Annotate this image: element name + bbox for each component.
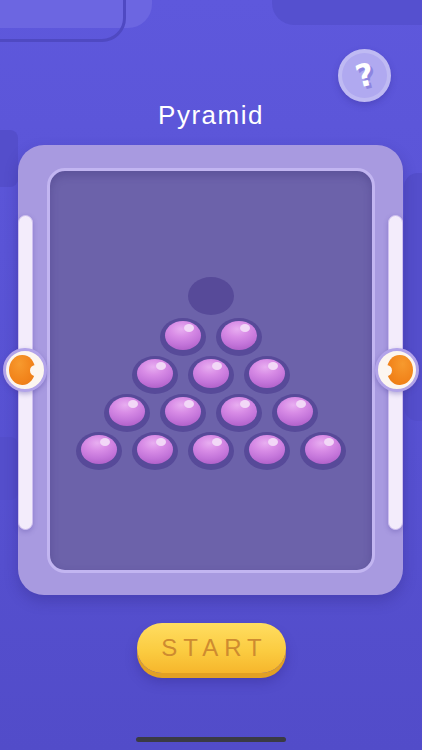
hole-4-2	[160, 394, 206, 432]
bg-shape-left-upper	[0, 130, 18, 187]
bg-shape-left-lower	[0, 437, 18, 500]
hole-2-1	[160, 318, 206, 356]
peg-3-1	[137, 359, 173, 388]
peg-4-4	[277, 397, 313, 426]
start-button-label: START	[155, 634, 267, 662]
peg-3-3	[249, 359, 285, 388]
hole-4-3	[216, 394, 262, 432]
hole-5-4	[244, 432, 290, 470]
arrow-left-icon	[9, 355, 35, 385]
pyramid-row-1	[50, 277, 372, 315]
board-frame	[18, 145, 403, 595]
hole-3-3	[244, 356, 290, 394]
hole-5-1	[76, 432, 122, 470]
screen: ? Pyramid START	[0, 0, 422, 750]
game-board	[47, 168, 375, 573]
pyramid-row-4	[50, 394, 372, 432]
hole-1-1	[188, 277, 234, 315]
hole-5-2	[132, 432, 178, 470]
pyramid-row-2	[50, 318, 372, 356]
peg-5-4	[249, 435, 285, 464]
peg-3-2	[193, 359, 229, 388]
peg-4-2	[165, 397, 201, 426]
hole-4-4	[272, 394, 318, 432]
pyramid-row-5	[50, 432, 372, 470]
peg-5-5	[305, 435, 341, 464]
peg-2-1	[165, 321, 201, 350]
bg-shape-top-right	[272, 0, 422, 25]
peg-pyramid	[50, 277, 372, 470]
hole-3-1	[132, 356, 178, 394]
peg-5-3	[193, 435, 229, 464]
hole-5-5	[300, 432, 346, 470]
page-title: Pyramid	[0, 100, 422, 131]
hole-5-3	[188, 432, 234, 470]
next-level-button[interactable]	[375, 348, 419, 392]
prev-level-button[interactable]	[3, 348, 47, 392]
hole-4-1	[104, 394, 150, 432]
peg-4-1	[109, 397, 145, 426]
arrow-right-icon	[387, 355, 413, 385]
hole-2-2	[216, 318, 262, 356]
peg-2-2	[221, 321, 257, 350]
hole-3-2	[188, 356, 234, 394]
peg-5-2	[137, 435, 173, 464]
peg-4-3	[221, 397, 257, 426]
peg-5-1	[81, 435, 117, 464]
help-button[interactable]: ?	[338, 49, 391, 102]
home-indicator[interactable]	[136, 737, 286, 742]
pyramid-row-3	[50, 356, 372, 394]
bg-shape-top-left-outline	[0, 0, 126, 42]
question-mark-icon: ?	[352, 58, 377, 92]
start-button[interactable]: START	[137, 623, 286, 673]
